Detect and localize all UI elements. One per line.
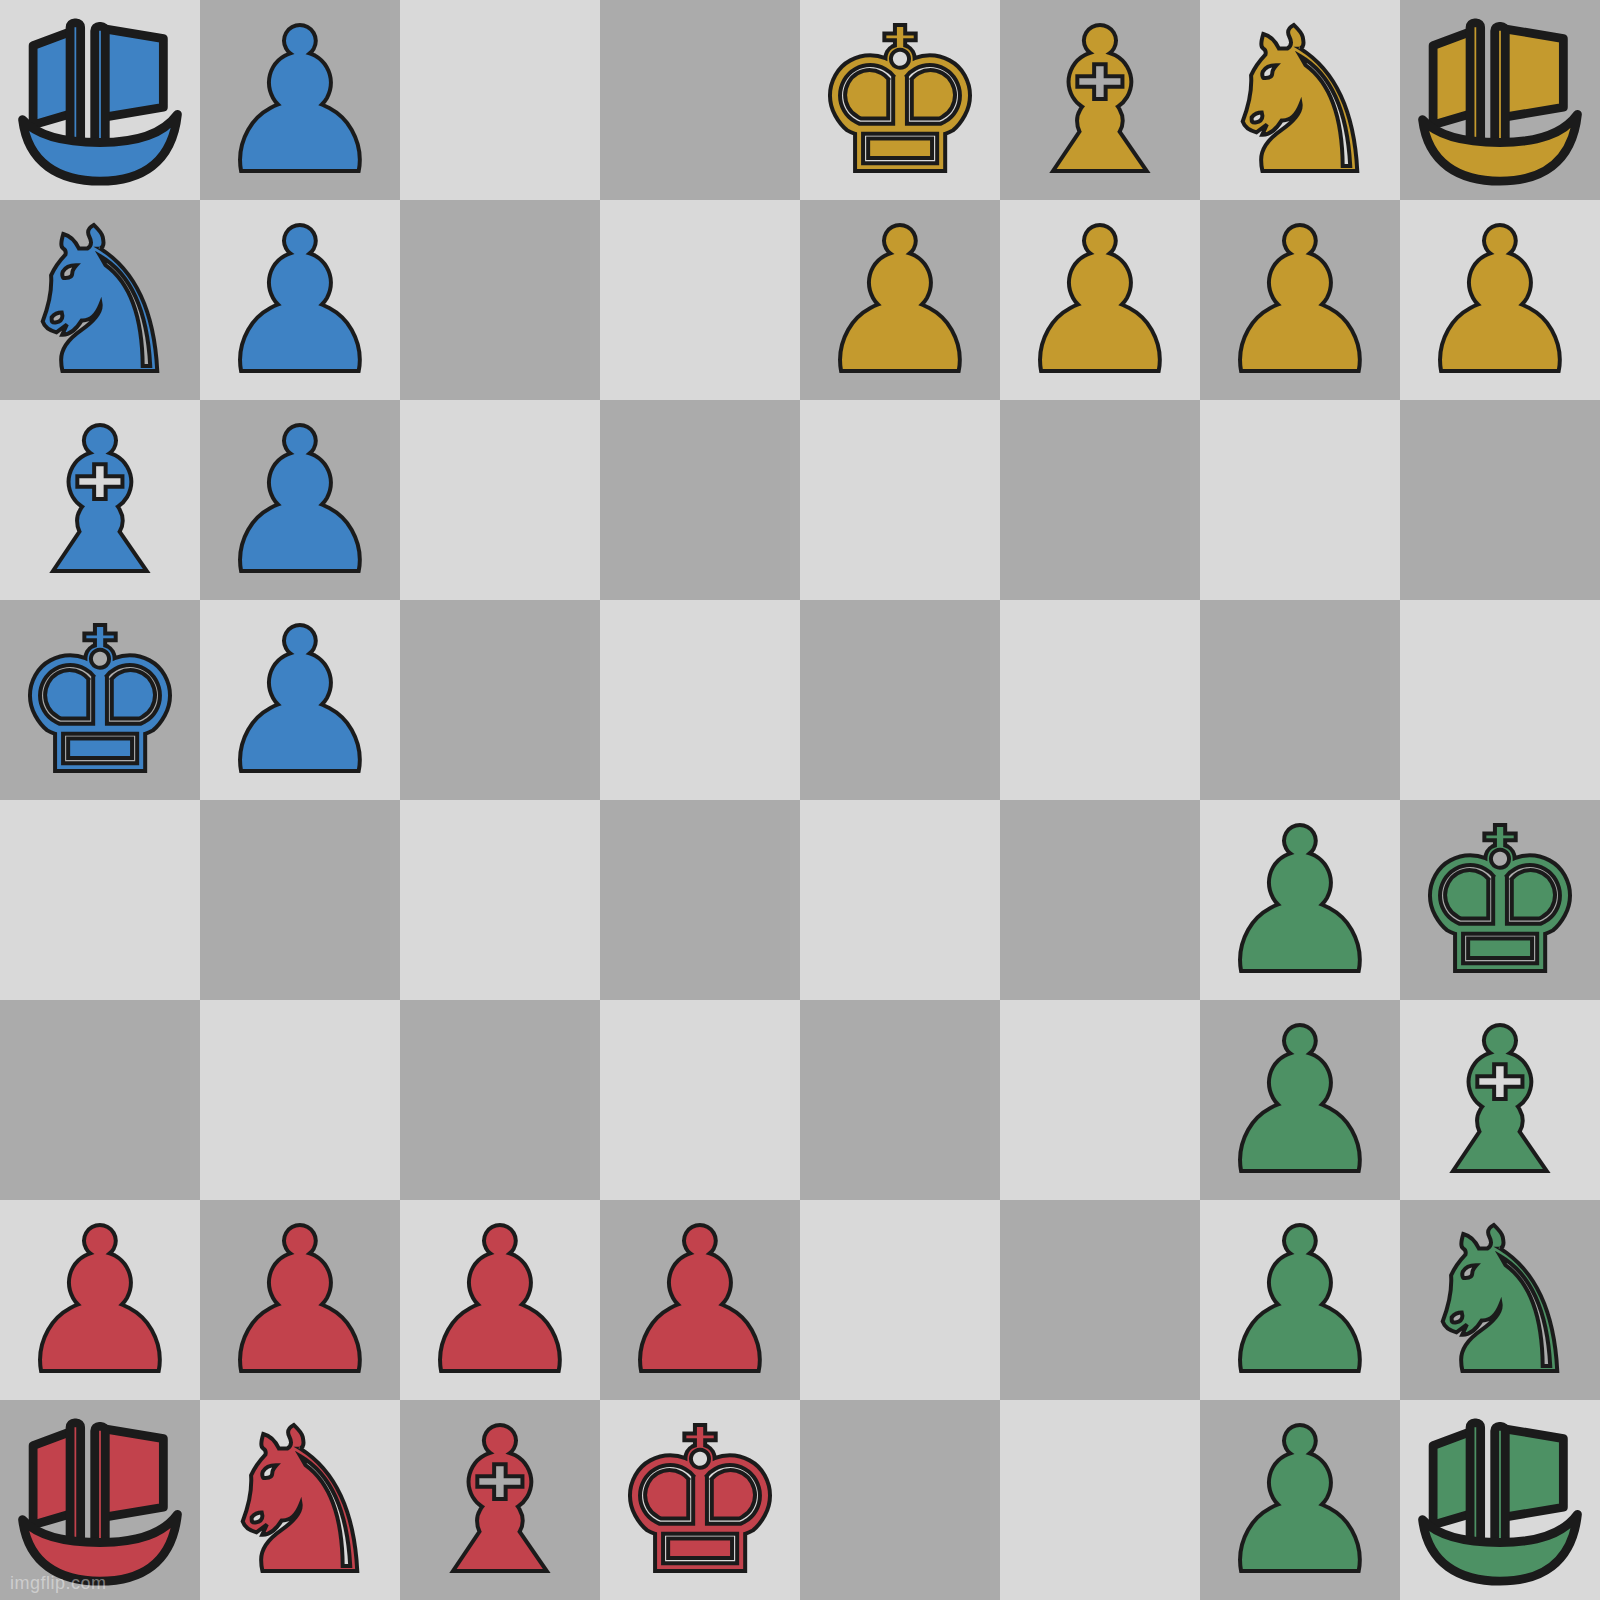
square-a6[interactable]: ♝︎ [0, 400, 200, 600]
piece-yellow-boat[interactable] [1412, 14, 1588, 190]
boat-icon [1412, 14, 1588, 190]
piece-green-king[interactable]: ♚︎ [1410, 802, 1589, 1002]
square-c1[interactable]: ♝︎ [400, 1400, 600, 1600]
piece-blue-pawn[interactable]: ♟︎ [210, 202, 389, 402]
piece-green-pawn[interactable]: ♟︎ [1210, 1402, 1389, 1600]
piece-blue-knight[interactable]: ♞︎ [10, 202, 189, 402]
square-g4[interactable]: ♟︎ [1200, 800, 1400, 1000]
piece-red-pawn[interactable]: ♟︎ [610, 1202, 789, 1402]
boat-icon [1412, 1414, 1588, 1590]
square-c3[interactable] [400, 1000, 600, 1200]
square-e6[interactable] [800, 400, 1000, 600]
piece-red-pawn[interactable]: ♟︎ [410, 1202, 589, 1402]
square-e3[interactable] [800, 1000, 1000, 1200]
piece-red-pawn[interactable]: ♟︎ [10, 1202, 189, 1402]
square-e2[interactable] [800, 1200, 1000, 1400]
piece-yellow-pawn[interactable]: ♟︎ [1410, 202, 1589, 402]
imgflip-watermark: imgflip.com [10, 1573, 107, 1594]
square-c7[interactable] [400, 200, 600, 400]
piece-yellow-pawn[interactable]: ♟︎ [810, 202, 989, 402]
square-g6[interactable] [1200, 400, 1400, 600]
square-e8[interactable]: ♚︎ [800, 0, 1000, 200]
square-g3[interactable]: ♟︎ [1200, 1000, 1400, 1200]
square-a5[interactable]: ♚︎ [0, 600, 200, 800]
square-e5[interactable] [800, 600, 1000, 800]
piece-green-pawn[interactable]: ♟︎ [1210, 802, 1389, 1002]
square-d7[interactable] [600, 200, 800, 400]
piece-green-pawn[interactable]: ♟︎ [1210, 1202, 1389, 1402]
piece-red-bishop[interactable]: ♝︎ [410, 1402, 589, 1600]
piece-blue-pawn[interactable]: ♟︎ [210, 602, 389, 802]
piece-green-pawn[interactable]: ♟︎ [1210, 1002, 1389, 1202]
square-d8[interactable] [600, 0, 800, 200]
square-f1[interactable] [1000, 1400, 1200, 1600]
square-f8[interactable]: ♝︎ [1000, 0, 1200, 200]
piece-blue-pawn[interactable]: ♟︎ [210, 2, 389, 202]
piece-yellow-king[interactable]: ♚︎ [810, 2, 989, 202]
boat-icon [12, 1414, 188, 1590]
square-b1[interactable]: ♞︎ [200, 1400, 400, 1600]
square-b7[interactable]: ♟︎ [200, 200, 400, 400]
piece-yellow-knight[interactable]: ♞︎ [1210, 2, 1389, 202]
square-f5[interactable] [1000, 600, 1200, 800]
chaturaji-board: ♟︎♚︎♝︎♞︎♞︎♟︎♟︎♟︎♟︎♟︎♝︎♟︎♚︎♟︎♟︎♚︎♟︎♝︎♟︎♟︎… [0, 0, 1600, 1600]
square-h6[interactable] [1400, 400, 1600, 600]
piece-green-knight[interactable]: ♞︎ [1410, 1202, 1589, 1402]
square-c2[interactable]: ♟︎ [400, 1200, 600, 1400]
square-b6[interactable]: ♟︎ [200, 400, 400, 600]
square-d4[interactable] [600, 800, 800, 1000]
square-h4[interactable]: ♚︎ [1400, 800, 1600, 1000]
square-a2[interactable]: ♟︎ [0, 1200, 200, 1400]
square-b4[interactable] [200, 800, 400, 1000]
square-d3[interactable] [600, 1000, 800, 1200]
square-h8[interactable] [1400, 0, 1600, 200]
piece-yellow-pawn[interactable]: ♟︎ [1010, 202, 1189, 402]
square-f2[interactable] [1000, 1200, 1200, 1400]
piece-red-knight[interactable]: ♞︎ [210, 1402, 389, 1600]
square-c6[interactable] [400, 400, 600, 600]
square-h7[interactable]: ♟︎ [1400, 200, 1600, 400]
square-b2[interactable]: ♟︎ [200, 1200, 400, 1400]
square-a1[interactable] [0, 1400, 200, 1600]
square-f4[interactable] [1000, 800, 1200, 1000]
square-g8[interactable]: ♞︎ [1200, 0, 1400, 200]
square-c4[interactable] [400, 800, 600, 1000]
square-b8[interactable]: ♟︎ [200, 0, 400, 200]
square-g5[interactable] [1200, 600, 1400, 800]
piece-blue-king[interactable]: ♚︎ [10, 602, 189, 802]
piece-yellow-bishop[interactable]: ♝︎ [1010, 2, 1189, 202]
piece-red-pawn[interactable]: ♟︎ [210, 1202, 389, 1402]
square-c8[interactable] [400, 0, 600, 200]
square-f6[interactable] [1000, 400, 1200, 600]
square-f3[interactable] [1000, 1000, 1200, 1200]
square-e7[interactable]: ♟︎ [800, 200, 1000, 400]
square-d5[interactable] [600, 600, 800, 800]
piece-green-bishop[interactable]: ♝︎ [1410, 1002, 1589, 1202]
square-h5[interactable] [1400, 600, 1600, 800]
square-g7[interactable]: ♟︎ [1200, 200, 1400, 400]
piece-yellow-pawn[interactable]: ♟︎ [1210, 202, 1389, 402]
square-e4[interactable] [800, 800, 1000, 1000]
square-d1[interactable]: ♚︎ [600, 1400, 800, 1600]
piece-red-king[interactable]: ♚︎ [610, 1402, 789, 1600]
piece-green-boat[interactable] [1412, 1414, 1588, 1590]
square-f7[interactable]: ♟︎ [1000, 200, 1200, 400]
square-d2[interactable]: ♟︎ [600, 1200, 800, 1400]
square-g2[interactable]: ♟︎ [1200, 1200, 1400, 1400]
square-e1[interactable] [800, 1400, 1000, 1600]
square-d6[interactable] [600, 400, 800, 600]
square-a3[interactable] [0, 1000, 200, 1200]
square-h2[interactable]: ♞︎ [1400, 1200, 1600, 1400]
square-g1[interactable]: ♟︎ [1200, 1400, 1400, 1600]
boat-icon [12, 14, 188, 190]
square-h1[interactable] [1400, 1400, 1600, 1600]
square-h3[interactable]: ♝︎ [1400, 1000, 1600, 1200]
piece-blue-boat[interactable] [12, 14, 188, 190]
square-a7[interactable]: ♞︎ [0, 200, 200, 400]
piece-red-boat[interactable] [12, 1414, 188, 1590]
square-b5[interactable]: ♟︎ [200, 600, 400, 800]
piece-blue-pawn[interactable]: ♟︎ [210, 402, 389, 602]
square-c5[interactable] [400, 600, 600, 800]
square-a8[interactable] [0, 0, 200, 200]
square-b3[interactable] [200, 1000, 400, 1200]
piece-blue-bishop[interactable]: ♝︎ [10, 402, 189, 602]
square-a4[interactable] [0, 800, 200, 1000]
